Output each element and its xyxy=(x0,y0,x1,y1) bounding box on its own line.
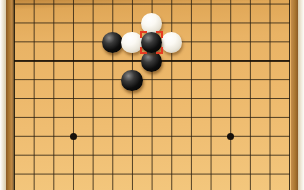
last-move-marker-corner xyxy=(140,47,147,54)
board-edge-line xyxy=(13,0,15,190)
gomoku-board-grid[interactable] xyxy=(14,0,290,190)
last-move-marker xyxy=(140,31,163,54)
table-surface-right xyxy=(298,0,304,190)
board-frame-right-edge xyxy=(290,0,298,190)
black-stone-f9 xyxy=(102,32,124,54)
black-stone-g7 xyxy=(121,70,143,92)
black-stone-h9 xyxy=(141,32,163,54)
last-move-marker-corner xyxy=(156,47,163,54)
star-point xyxy=(227,133,234,140)
last-move-marker-corner xyxy=(140,31,147,38)
white-stone-i9 xyxy=(161,32,183,54)
board-edge-line xyxy=(289,0,291,190)
gomoku-app-screenshot xyxy=(0,0,304,190)
last-move-marker-corner xyxy=(156,31,163,38)
star-point xyxy=(70,133,77,140)
